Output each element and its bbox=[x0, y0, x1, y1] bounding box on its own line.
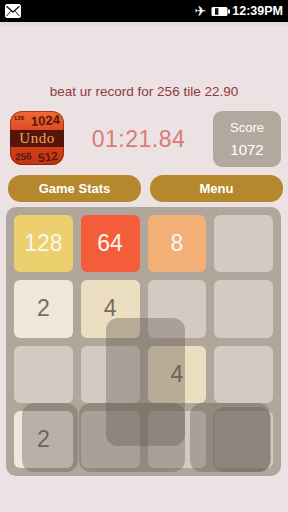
board-cell bbox=[81, 346, 140, 403]
record-text: beat ur record for 256 tile 22.90 bbox=[0, 84, 288, 99]
score-box: Score 1072 bbox=[213, 111, 281, 167]
board-cell bbox=[81, 411, 140, 468]
board-cell bbox=[148, 280, 207, 337]
board[interactable]: 128 64 8 2 4 4 2 bbox=[6, 207, 281, 476]
airplane-icon: ✈ bbox=[195, 4, 207, 18]
undo-label: Undo bbox=[19, 130, 54, 147]
toolbar: Game Stats Menu bbox=[8, 175, 283, 202]
undo-num-128: 128 bbox=[14, 115, 24, 122]
undo-band: Undo bbox=[10, 130, 64, 147]
battery-icon bbox=[211, 6, 230, 17]
board-cell bbox=[214, 346, 273, 403]
undo-num-512: 512 bbox=[37, 149, 59, 165]
board-cell bbox=[148, 411, 207, 468]
board-cell bbox=[214, 411, 273, 468]
undo-num-256: 256 bbox=[15, 151, 32, 163]
score-value: 1072 bbox=[230, 141, 263, 158]
board-cell: 4 bbox=[81, 280, 140, 337]
board-cell: 2 bbox=[14, 411, 73, 468]
menu-button[interactable]: Menu bbox=[150, 175, 283, 202]
board-cell bbox=[214, 215, 273, 272]
status-bar: ✈ 12:39PM bbox=[0, 0, 288, 22]
undo-num-1024: 1024 bbox=[31, 112, 61, 129]
timer-text: 01:21.84 bbox=[64, 126, 213, 153]
score-label: Score bbox=[230, 120, 264, 135]
board-cell bbox=[214, 280, 273, 337]
board-cell bbox=[14, 346, 73, 403]
undo-button[interactable]: 128 1024 Undo 256 512 bbox=[10, 111, 64, 165]
game-stats-button[interactable]: Game Stats bbox=[8, 175, 141, 202]
board-cell: 8 bbox=[148, 215, 207, 272]
board-cell: 2 bbox=[14, 280, 73, 337]
board-cell: 64 bbox=[81, 215, 140, 272]
hud-row: 128 1024 Undo 256 512 01:21.84 Score 107… bbox=[10, 111, 281, 167]
mail-icon bbox=[5, 4, 21, 18]
phone-screen: ✈ 12:39PM beat ur record for 256 tile 22… bbox=[0, 0, 288, 512]
statusbar-shadow bbox=[0, 22, 288, 26]
board-cell: 4 bbox=[148, 346, 207, 403]
board-cell: 128 bbox=[14, 215, 73, 272]
clock-text: 12:39PM bbox=[232, 4, 283, 18]
